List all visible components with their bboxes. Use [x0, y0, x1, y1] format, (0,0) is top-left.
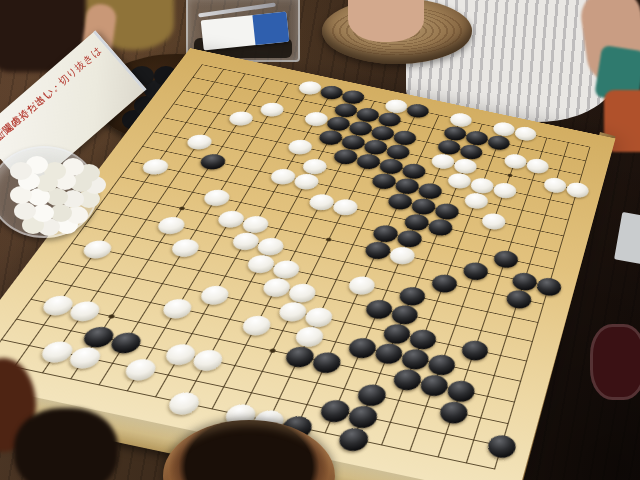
dark-red-pouch	[590, 324, 640, 400]
photo-scene: 新聞の持ち出し・切り抜きは ご遠慮ください。	[0, 0, 640, 480]
white-stone-heap	[10, 162, 32, 180]
dark-object-bottom-left	[14, 408, 118, 480]
